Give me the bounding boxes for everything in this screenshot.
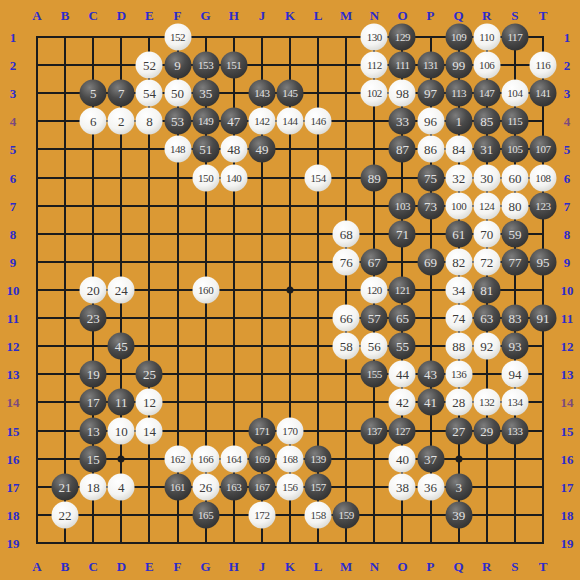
stone-N3[interactable]: 102	[361, 80, 388, 107]
row-label-left: 4	[10, 115, 17, 128]
stone-H16[interactable]: 164	[220, 445, 247, 472]
stone-Q17[interactable]: 3	[445, 473, 472, 500]
move-number: 72	[480, 255, 493, 268]
stone-G18[interactable]: 165	[192, 501, 219, 528]
row-label-left: 9	[10, 255, 17, 268]
move-number: 34	[452, 284, 465, 297]
stone-N9[interactable]: 67	[361, 248, 388, 275]
stone-F17[interactable]: 161	[164, 473, 191, 500]
stone-N15[interactable]: 137	[361, 417, 388, 444]
move-number: 7	[118, 87, 125, 100]
move-number: 63	[480, 312, 493, 325]
stone-F5[interactable]: 148	[164, 136, 191, 163]
move-number: 163	[226, 481, 241, 492]
stone-R6[interactable]: 30	[473, 164, 500, 191]
stone-F3[interactable]: 50	[164, 80, 191, 107]
column-label-top: C	[89, 9, 98, 22]
move-number: 108	[535, 172, 550, 183]
stone-P5[interactable]: 86	[417, 136, 444, 163]
stone-B18[interactable]: 22	[52, 501, 79, 528]
move-number: 17	[87, 396, 100, 409]
move-number: 133	[507, 425, 522, 436]
move-number: 103	[395, 200, 410, 211]
move-number: 124	[479, 200, 494, 211]
stone-R4[interactable]: 85	[473, 108, 500, 135]
stone-S8[interactable]: 59	[501, 220, 528, 247]
stone-S3[interactable]: 104	[501, 80, 528, 107]
stone-J3[interactable]: 143	[248, 80, 275, 107]
column-label-top: Q	[454, 9, 464, 22]
stone-G6[interactable]: 150	[192, 164, 219, 191]
stone-F16[interactable]: 162	[164, 445, 191, 472]
stone-Q15[interactable]: 27	[445, 417, 472, 444]
row-label-right: 16	[561, 452, 574, 465]
move-number: 41	[424, 396, 437, 409]
stone-O3[interactable]: 98	[389, 80, 416, 107]
stone-J18[interactable]: 172	[248, 501, 275, 528]
stone-R12[interactable]: 92	[473, 333, 500, 360]
stone-Q2[interactable]: 99	[445, 52, 472, 79]
move-number: 150	[198, 172, 213, 183]
move-number: 36	[424, 480, 437, 493]
move-number: 11	[115, 396, 128, 409]
stone-Q3[interactable]: 113	[445, 80, 472, 107]
stone-O11[interactable]: 65	[389, 305, 416, 332]
move-number: 13	[87, 424, 100, 437]
move-number: 160	[198, 285, 213, 296]
stone-E2[interactable]: 52	[136, 52, 163, 79]
stone-O17[interactable]: 38	[389, 473, 416, 500]
move-number: 110	[479, 32, 494, 43]
column-label-top: O	[397, 9, 407, 22]
row-label-left: 19	[7, 537, 20, 550]
move-number: 51	[199, 143, 212, 156]
stone-E15[interactable]: 14	[136, 417, 163, 444]
move-number: 132	[479, 397, 494, 408]
move-number: 57	[368, 312, 381, 325]
move-number: 58	[340, 340, 353, 353]
move-number: 170	[282, 425, 297, 436]
move-number: 92	[480, 340, 493, 353]
stone-P16[interactable]: 37	[417, 445, 444, 472]
stone-T2[interactable]: 116	[530, 52, 557, 79]
stone-M11[interactable]: 66	[333, 305, 360, 332]
stone-G16[interactable]: 166	[192, 445, 219, 472]
move-number: 61	[452, 227, 465, 240]
row-label-right: 11	[561, 312, 573, 325]
stone-O8[interactable]: 71	[389, 220, 416, 247]
stone-O4[interactable]: 33	[389, 108, 416, 135]
stone-C16[interactable]: 15	[80, 445, 107, 472]
stone-C14[interactable]: 17	[80, 389, 107, 416]
stone-P3[interactable]: 97	[417, 80, 444, 107]
stone-R9[interactable]: 72	[473, 248, 500, 275]
column-label-top: J	[259, 9, 266, 22]
stone-L4[interactable]: 146	[305, 108, 332, 135]
stone-D4[interactable]: 2	[108, 108, 135, 135]
stone-S5[interactable]: 105	[501, 136, 528, 163]
row-label-left: 2	[10, 59, 17, 72]
move-number: 162	[170, 453, 185, 464]
column-label-bottom: R	[482, 560, 491, 573]
star-point	[287, 287, 294, 294]
column-label-bottom: O	[397, 560, 407, 573]
move-number: 143	[254, 88, 269, 99]
move-number: 137	[367, 425, 382, 436]
stone-S1[interactable]: 117	[501, 24, 528, 51]
stone-P9[interactable]: 69	[417, 248, 444, 275]
stone-N12[interactable]: 56	[361, 333, 388, 360]
stone-S9[interactable]: 77	[501, 248, 528, 275]
stone-G2[interactable]: 153	[192, 52, 219, 79]
row-label-left: 1	[10, 31, 17, 44]
stone-L16[interactable]: 139	[305, 445, 332, 472]
stone-P17[interactable]: 36	[417, 473, 444, 500]
row-label-right: 10	[561, 284, 574, 297]
move-number: 86	[424, 143, 437, 156]
stone-L17[interactable]: 157	[305, 473, 332, 500]
column-label-top: B	[61, 9, 70, 22]
stone-H6[interactable]: 140	[220, 164, 247, 191]
column-label-top: R	[482, 9, 491, 22]
stone-Q8[interactable]: 61	[445, 220, 472, 247]
stone-Q18[interactable]: 39	[445, 501, 472, 528]
row-label-right: 14	[561, 396, 574, 409]
stone-E14[interactable]: 12	[136, 389, 163, 416]
stone-Q4[interactable]: 1	[445, 108, 472, 135]
stone-H17[interactable]: 163	[220, 473, 247, 500]
stone-G3[interactable]: 35	[192, 80, 219, 107]
row-label-right: 17	[561, 480, 574, 493]
move-number: 60	[508, 171, 521, 184]
move-number: 149	[198, 116, 213, 127]
column-label-top: S	[511, 9, 518, 22]
row-label-left: 5	[10, 143, 17, 156]
move-number: 18	[87, 480, 100, 493]
stone-Q14[interactable]: 28	[445, 389, 472, 416]
move-number: 164	[226, 453, 241, 464]
column-label-top: L	[314, 9, 323, 22]
stone-Q7[interactable]: 100	[445, 192, 472, 219]
move-number: 24	[115, 284, 128, 297]
stone-R3[interactable]: 147	[473, 80, 500, 107]
stone-R7[interactable]: 124	[473, 192, 500, 219]
stone-O2[interactable]: 111	[389, 52, 416, 79]
stone-S12[interactable]: 93	[501, 333, 528, 360]
move-number: 48	[227, 143, 240, 156]
stone-S11[interactable]: 83	[501, 305, 528, 332]
stone-O14[interactable]: 42	[389, 389, 416, 416]
move-number: 37	[424, 452, 437, 465]
go-board[interactable]: AABBCCDDEEFFGGHHJJKKLLMMNNOOPPQQRRSSTT11…	[0, 0, 580, 580]
row-label-left: 11	[7, 312, 19, 325]
move-number: 15	[87, 452, 100, 465]
column-label-bottom: A	[32, 560, 41, 573]
move-number: 6	[90, 115, 97, 128]
stone-T5[interactable]: 107	[530, 136, 557, 163]
move-number: 146	[310, 116, 325, 127]
column-label-bottom: C	[89, 560, 98, 573]
stone-C3[interactable]: 5	[80, 80, 107, 107]
stone-S14[interactable]: 134	[501, 389, 528, 416]
row-label-left: 7	[10, 199, 17, 212]
stone-D3[interactable]: 7	[108, 80, 135, 107]
stone-M9[interactable]: 76	[333, 248, 360, 275]
move-number: 155	[367, 369, 382, 380]
stone-H5[interactable]: 48	[220, 136, 247, 163]
stone-P7[interactable]: 73	[417, 192, 444, 219]
stone-O10[interactable]: 121	[389, 277, 416, 304]
column-label-bottom: S	[511, 560, 518, 573]
row-label-right: 2	[564, 59, 571, 72]
move-number: 49	[255, 143, 268, 156]
move-number: 43	[424, 368, 437, 381]
move-number: 33	[396, 115, 409, 128]
stone-K17[interactable]: 156	[277, 473, 304, 500]
move-number: 65	[396, 312, 409, 325]
stone-F1[interactable]: 152	[164, 24, 191, 51]
stone-M8[interactable]: 68	[333, 220, 360, 247]
move-number: 168	[282, 453, 297, 464]
column-label-bottom: D	[117, 560, 126, 573]
row-label-left: 12	[7, 340, 20, 353]
move-number: 109	[451, 32, 466, 43]
stone-Q9[interactable]: 82	[445, 248, 472, 275]
stone-D17[interactable]: 4	[108, 473, 135, 500]
stone-D15[interactable]: 10	[108, 417, 135, 444]
row-label-left: 15	[7, 424, 20, 437]
move-number: 80	[508, 199, 521, 212]
stone-D10[interactable]: 24	[108, 277, 135, 304]
stone-P13[interactable]: 43	[417, 361, 444, 388]
move-number: 99	[452, 59, 465, 72]
column-label-bottom: G	[201, 560, 211, 573]
stone-C17[interactable]: 18	[80, 473, 107, 500]
stone-J16[interactable]: 169	[248, 445, 275, 472]
move-number: 106	[479, 60, 494, 71]
move-number: 154	[310, 172, 325, 183]
stone-G4[interactable]: 149	[192, 108, 219, 135]
move-number: 31	[480, 143, 493, 156]
stone-O5[interactable]: 87	[389, 136, 416, 163]
stone-N10[interactable]: 120	[361, 277, 388, 304]
stone-Q11[interactable]: 74	[445, 305, 472, 332]
stone-Q12[interactable]: 88	[445, 333, 472, 360]
move-number: 159	[339, 509, 354, 520]
stone-H4[interactable]: 47	[220, 108, 247, 135]
move-number: 47	[227, 115, 240, 128]
stone-R8[interactable]: 70	[473, 220, 500, 247]
stone-C13[interactable]: 19	[80, 361, 107, 388]
stone-T7[interactable]: 123	[530, 192, 557, 219]
move-number: 123	[535, 200, 550, 211]
move-number: 26	[199, 480, 212, 493]
move-number: 117	[507, 32, 522, 43]
stone-N2[interactable]: 112	[361, 52, 388, 79]
stone-J5[interactable]: 49	[248, 136, 275, 163]
stone-S13[interactable]: 94	[501, 361, 528, 388]
move-number: 121	[395, 285, 410, 296]
stone-P2[interactable]: 131	[417, 52, 444, 79]
move-number: 77	[508, 255, 521, 268]
move-number: 145	[282, 88, 297, 99]
move-number: 87	[396, 143, 409, 156]
stone-R2[interactable]: 106	[473, 52, 500, 79]
column-label-top: H	[229, 9, 239, 22]
column-label-top: A	[32, 9, 41, 22]
move-number: 152	[170, 32, 185, 43]
stone-C10[interactable]: 20	[80, 277, 107, 304]
stone-E4[interactable]: 8	[136, 108, 163, 135]
stone-M18[interactable]: 159	[333, 501, 360, 528]
stone-J17[interactable]: 167	[248, 473, 275, 500]
stone-R11[interactable]: 63	[473, 305, 500, 332]
stone-S4[interactable]: 115	[501, 108, 528, 135]
move-number: 89	[368, 171, 381, 184]
column-label-bottom: Q	[454, 560, 464, 573]
row-label-right: 19	[561, 537, 574, 550]
row-label-left: 17	[7, 480, 20, 493]
stone-T11[interactable]: 91	[530, 305, 557, 332]
stone-O12[interactable]: 55	[389, 333, 416, 360]
stone-S7[interactable]: 80	[501, 192, 528, 219]
move-number: 32	[452, 171, 465, 184]
stone-K15[interactable]: 170	[277, 417, 304, 444]
stone-H2[interactable]: 151	[220, 52, 247, 79]
move-number: 1	[455, 115, 462, 128]
stone-K16[interactable]: 168	[277, 445, 304, 472]
stone-C11[interactable]: 23	[80, 305, 107, 332]
stone-T9[interactable]: 95	[530, 248, 557, 275]
stone-N1[interactable]: 130	[361, 24, 388, 51]
move-number: 74	[452, 312, 465, 325]
move-number: 81	[480, 284, 493, 297]
move-number: 71	[396, 227, 409, 240]
stone-L6[interactable]: 154	[305, 164, 332, 191]
move-number: 55	[396, 340, 409, 353]
stone-S6[interactable]: 60	[501, 164, 528, 191]
stone-N13[interactable]: 155	[361, 361, 388, 388]
stone-R10[interactable]: 81	[473, 277, 500, 304]
stone-M12[interactable]: 58	[333, 333, 360, 360]
move-number: 102	[367, 88, 382, 99]
move-number: 20	[87, 284, 100, 297]
stone-P14[interactable]: 41	[417, 389, 444, 416]
stone-G5[interactable]: 51	[192, 136, 219, 163]
stone-O1[interactable]: 129	[389, 24, 416, 51]
move-number: 139	[310, 453, 325, 464]
row-label-left: 8	[10, 227, 17, 240]
stone-T6[interactable]: 108	[530, 164, 557, 191]
stone-F4[interactable]: 53	[164, 108, 191, 135]
stone-P6[interactable]: 75	[417, 164, 444, 191]
column-label-top: M	[340, 9, 352, 22]
stone-S15[interactable]: 133	[501, 417, 528, 444]
move-number: 94	[508, 368, 521, 381]
move-number: 30	[480, 171, 493, 184]
move-number: 54	[143, 87, 156, 100]
stone-O16[interactable]: 40	[389, 445, 416, 472]
stone-J15[interactable]: 171	[248, 417, 275, 444]
star-point	[118, 455, 125, 462]
move-number: 96	[424, 115, 437, 128]
stone-Q1[interactable]: 109	[445, 24, 472, 51]
move-number: 166	[198, 453, 213, 464]
row-label-right: 12	[561, 340, 574, 353]
stone-O13[interactable]: 44	[389, 361, 416, 388]
move-number: 147	[479, 88, 494, 99]
stone-N6[interactable]: 89	[361, 164, 388, 191]
stone-E13[interactable]: 25	[136, 361, 163, 388]
column-label-top: D	[117, 9, 126, 22]
move-number: 67	[368, 255, 381, 268]
move-number: 84	[452, 143, 465, 156]
row-label-left: 10	[7, 284, 20, 297]
move-number: 148	[170, 144, 185, 155]
stone-Q6[interactable]: 32	[445, 164, 472, 191]
move-number: 129	[395, 32, 410, 43]
move-number: 161	[170, 481, 185, 492]
move-number: 91	[537, 312, 550, 325]
stone-C4[interactable]: 6	[80, 108, 107, 135]
column-label-bottom: L	[314, 560, 323, 573]
stone-T3[interactable]: 141	[530, 80, 557, 107]
move-number: 131	[423, 60, 438, 71]
stone-E3[interactable]: 54	[136, 80, 163, 107]
row-label-right: 1	[564, 31, 571, 44]
stone-D14[interactable]: 11	[108, 389, 135, 416]
stone-J4[interactable]: 142	[248, 108, 275, 135]
stone-R1[interactable]: 110	[473, 24, 500, 51]
move-number: 169	[254, 453, 269, 464]
move-number: 100	[451, 200, 466, 211]
move-number: 120	[367, 285, 382, 296]
stone-K4[interactable]: 144	[277, 108, 304, 135]
stone-K3[interactable]: 145	[277, 80, 304, 107]
move-number: 5	[90, 87, 97, 100]
stone-N11[interactable]: 57	[361, 305, 388, 332]
move-number: 10	[115, 424, 128, 437]
star-point	[455, 455, 462, 462]
stone-R14[interactable]: 132	[473, 389, 500, 416]
move-number: 98	[396, 87, 409, 100]
stone-G17[interactable]: 26	[192, 473, 219, 500]
grid-line-vertical	[345, 36, 347, 544]
move-number: 25	[143, 368, 156, 381]
stone-P4[interactable]: 96	[417, 108, 444, 135]
move-number: 113	[451, 88, 466, 99]
stone-Q5[interactable]: 84	[445, 136, 472, 163]
row-label-right: 8	[564, 227, 571, 240]
move-number: 158	[310, 509, 325, 520]
stone-O7[interactable]: 103	[389, 192, 416, 219]
stone-F2[interactable]: 9	[164, 52, 191, 79]
move-number: 83	[508, 312, 521, 325]
move-number: 151	[226, 60, 241, 71]
stone-G10[interactable]: 160	[192, 277, 219, 304]
stone-O15[interactable]: 127	[389, 417, 416, 444]
stone-C15[interactable]: 13	[80, 417, 107, 444]
stone-R5[interactable]: 31	[473, 136, 500, 163]
stone-Q10[interactable]: 34	[445, 277, 472, 304]
stone-R15[interactable]: 29	[473, 417, 500, 444]
stone-Q13[interactable]: 136	[445, 361, 472, 388]
move-number: 95	[537, 255, 550, 268]
move-number: 136	[451, 369, 466, 380]
stone-B17[interactable]: 21	[52, 473, 79, 500]
stone-D12[interactable]: 45	[108, 333, 135, 360]
stone-L18[interactable]: 158	[305, 501, 332, 528]
